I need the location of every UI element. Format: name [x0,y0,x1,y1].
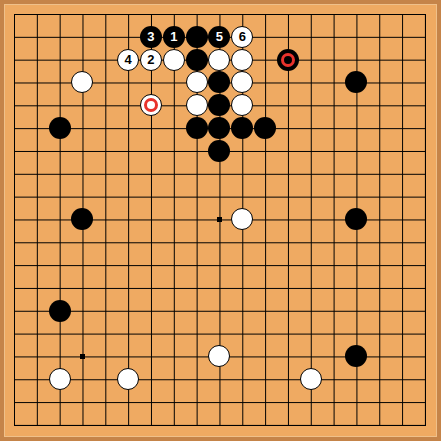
stone-white [300,368,322,390]
stone-white: 6 [231,26,253,48]
move-number-label: 6 [239,30,246,43]
stone-black [277,49,299,71]
stone-black [186,49,208,71]
stone-black [186,117,208,139]
stone-black [186,26,208,48]
stone-black [49,300,71,322]
stone-white [186,94,208,116]
move-number-label: 5 [216,30,223,43]
circle-marker-icon [144,98,158,112]
stone-white [208,49,230,71]
star-point [80,354,85,359]
stone-white [49,368,71,390]
go-board: 315642 [0,0,441,441]
move-number-label: 4 [125,53,132,66]
stone-black: 3 [140,26,162,48]
stone-white: 4 [117,49,139,71]
stone-white [163,49,185,71]
stone-white: 2 [140,49,162,71]
stone-black [49,117,71,139]
move-number-label: 2 [147,53,154,66]
stone-white [186,71,208,93]
stone-black: 1 [163,26,185,48]
move-number-label: 3 [147,30,154,43]
stone-white [231,49,253,71]
circle-marker-icon [281,53,295,67]
move-number-label: 1 [170,30,177,43]
star-point [217,217,222,222]
